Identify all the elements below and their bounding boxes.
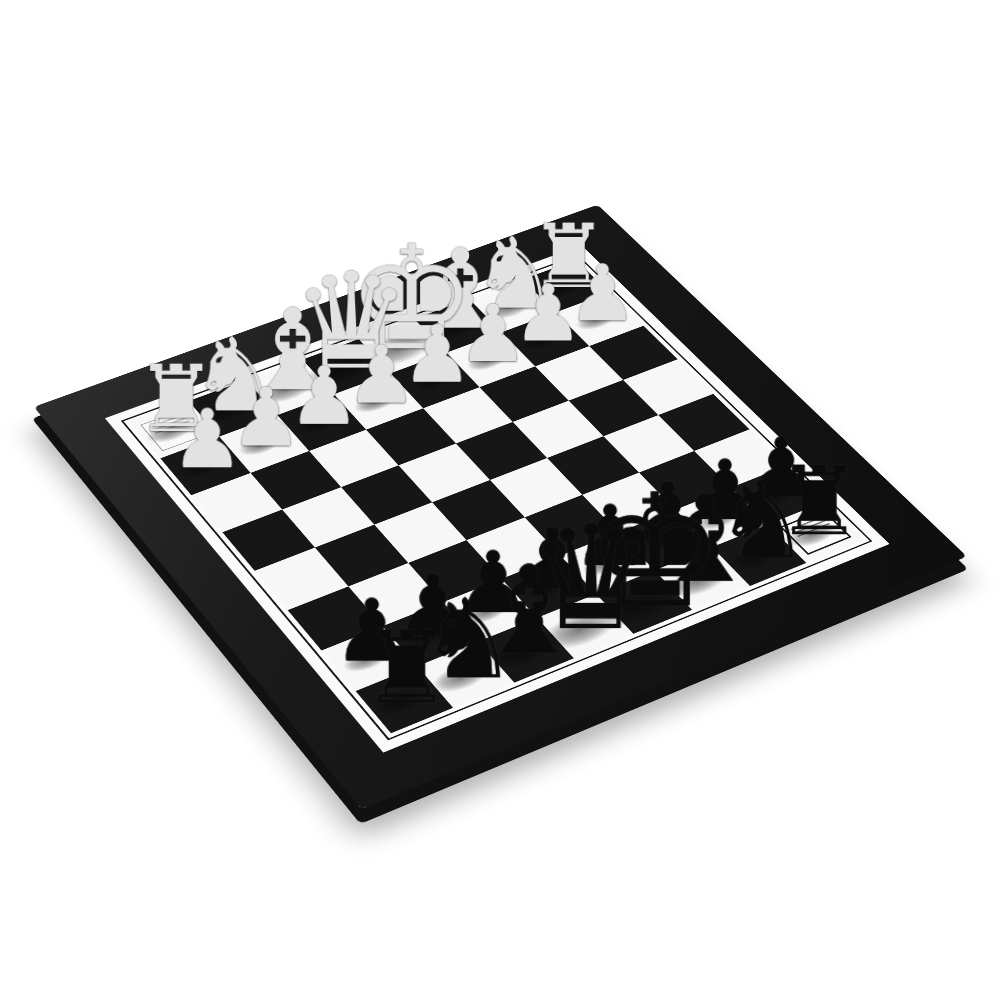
piece-black-rook[interactable]: ♜	[343, 617, 471, 717]
photo-scene: ♜♞♝♛♚♝♞♜♟♟♟♟♟♟♟♟♟♟♟♟♟♟♟♟♜♞♝♛♚♝♞♜	[0, 0, 1000, 1000]
square-r3c1[interactable]	[282, 487, 374, 547]
chess-board: ♜♞♝♛♚♝♞♜♟♟♟♟♟♟♟♟♟♟♟♟♟♟♟♟♜♞♝♛♚♝♞♜	[34, 205, 967, 810]
